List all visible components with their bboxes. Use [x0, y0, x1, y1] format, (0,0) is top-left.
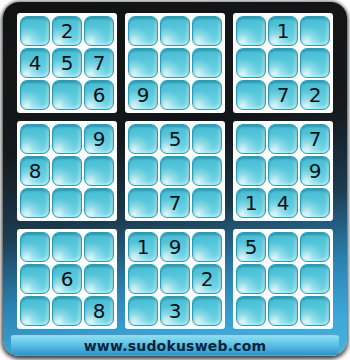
- sudoku-cell-empty[interactable]: [160, 264, 190, 294]
- sudoku-cell-empty[interactable]: [20, 80, 50, 110]
- sudoku-cell-empty[interactable]: [20, 232, 50, 262]
- sudoku-cell-empty[interactable]: [52, 156, 82, 186]
- sudoku-cell-empty[interactable]: [192, 80, 222, 110]
- sudoku-cell-empty[interactable]: [192, 124, 222, 154]
- sudoku-cell-empty[interactable]: [236, 124, 266, 154]
- sudoku-cell-empty[interactable]: [300, 296, 330, 326]
- sudoku-cell-given[interactable]: 2: [300, 80, 330, 110]
- sudoku-box: 172: [233, 13, 333, 113]
- sudoku-cell-given[interactable]: 5: [236, 232, 266, 262]
- sudoku-cell-empty[interactable]: [84, 232, 114, 262]
- sudoku-box: 24576: [17, 13, 117, 113]
- sudoku-cell-empty[interactable]: [20, 16, 50, 46]
- sudoku-cell-given[interactable]: 7: [160, 188, 190, 218]
- sudoku-cell-empty[interactable]: [268, 296, 298, 326]
- sudoku-cell-given[interactable]: 1: [268, 16, 298, 46]
- sudoku-cell-given[interactable]: 5: [160, 124, 190, 154]
- sudoku-box: 7914: [233, 121, 333, 221]
- sudoku-cell-given[interactable]: 7: [268, 80, 298, 110]
- sudoku-cell-given[interactable]: 9: [160, 232, 190, 262]
- puzzle-frame: 245769172985779146819235 www.sudokusweb.…: [3, 2, 347, 356]
- sudoku-cell-given[interactable]: 3: [160, 296, 190, 326]
- sudoku-cell-empty[interactable]: [236, 296, 266, 326]
- sudoku-cell-given[interactable]: 9: [128, 80, 158, 110]
- sudoku-box: 68: [17, 229, 117, 329]
- sudoku-cell-empty[interactable]: [84, 16, 114, 46]
- sudoku-cell-given[interactable]: 6: [84, 80, 114, 110]
- sudoku-cell-empty[interactable]: [236, 80, 266, 110]
- sudoku-cell-empty[interactable]: [236, 264, 266, 294]
- sudoku-cell-empty[interactable]: [268, 124, 298, 154]
- sudoku-cell-empty[interactable]: [192, 16, 222, 46]
- sudoku-cell-empty[interactable]: [192, 48, 222, 78]
- sudoku-cell-empty[interactable]: [268, 156, 298, 186]
- sudoku-cell-empty[interactable]: [52, 188, 82, 218]
- website-link[interactable]: www.sudokusweb.com: [84, 338, 267, 354]
- sudoku-cell-empty[interactable]: [160, 16, 190, 46]
- sudoku-cell-given[interactable]: 4: [20, 48, 50, 78]
- sudoku-cell-empty[interactable]: [84, 188, 114, 218]
- sudoku-box: 9: [125, 13, 225, 113]
- sudoku-cell-empty[interactable]: [300, 188, 330, 218]
- sudoku-cell-empty[interactable]: [192, 232, 222, 262]
- sudoku-cell-given[interactable]: 2: [192, 264, 222, 294]
- sudoku-cell-empty[interactable]: [236, 16, 266, 46]
- sudoku-cell-empty[interactable]: [52, 296, 82, 326]
- sudoku-cell-empty[interactable]: [300, 264, 330, 294]
- sudoku-cell-empty[interactable]: [128, 124, 158, 154]
- sudoku-cell-empty[interactable]: [20, 264, 50, 294]
- sudoku-cell-empty[interactable]: [128, 264, 158, 294]
- footer-bar: www.sudokusweb.com: [11, 335, 339, 355]
- sudoku-cell-empty[interactable]: [52, 124, 82, 154]
- sudoku-cell-empty[interactable]: [268, 232, 298, 262]
- sudoku-box: 98: [17, 121, 117, 221]
- sudoku-box: 1923: [125, 229, 225, 329]
- sudoku-cell-empty[interactable]: [20, 296, 50, 326]
- sudoku-cell-given[interactable]: 4: [268, 188, 298, 218]
- sudoku-cell-empty[interactable]: [52, 232, 82, 262]
- sudoku-cell-empty[interactable]: [128, 16, 158, 46]
- sudoku-cell-empty[interactable]: [192, 156, 222, 186]
- sudoku-cell-given[interactable]: 5: [52, 48, 82, 78]
- sudoku-cell-empty[interactable]: [84, 156, 114, 186]
- sudoku-cell-empty[interactable]: [84, 264, 114, 294]
- sudoku-cell-empty[interactable]: [160, 156, 190, 186]
- sudoku-cell-empty[interactable]: [268, 48, 298, 78]
- sudoku-cell-empty[interactable]: [192, 188, 222, 218]
- sudoku-cell-empty[interactable]: [128, 188, 158, 218]
- sudoku-cell-given[interactable]: 7: [84, 48, 114, 78]
- sudoku-cell-empty[interactable]: [236, 156, 266, 186]
- sudoku-cell-given[interactable]: 1: [236, 188, 266, 218]
- sudoku-cell-given[interactable]: 7: [300, 124, 330, 154]
- sudoku-cell-given[interactable]: 8: [84, 296, 114, 326]
- sudoku-cell-empty[interactable]: [160, 80, 190, 110]
- sudoku-cell-empty[interactable]: [268, 264, 298, 294]
- sudoku-cell-empty[interactable]: [128, 48, 158, 78]
- sudoku-cell-empty[interactable]: [128, 156, 158, 186]
- sudoku-cell-given[interactable]: 9: [300, 156, 330, 186]
- sudoku-cell-given[interactable]: 9: [84, 124, 114, 154]
- sudoku-cell-empty[interactable]: [236, 48, 266, 78]
- sudoku-cell-given[interactable]: 8: [20, 156, 50, 186]
- sudoku-cell-empty[interactable]: [20, 188, 50, 218]
- sudoku-cell-empty[interactable]: [192, 296, 222, 326]
- sudoku-board: 245769172985779146819235: [17, 13, 333, 329]
- sudoku-cell-given[interactable]: 1: [128, 232, 158, 262]
- sudoku-cell-given[interactable]: 2: [52, 16, 82, 46]
- sudoku-box: 5: [233, 229, 333, 329]
- sudoku-cell-empty[interactable]: [128, 296, 158, 326]
- sudoku-box: 57: [125, 121, 225, 221]
- sudoku-cell-empty[interactable]: [20, 124, 50, 154]
- sudoku-cell-empty[interactable]: [300, 16, 330, 46]
- sudoku-cell-empty[interactable]: [160, 48, 190, 78]
- sudoku-cell-empty[interactable]: [52, 80, 82, 110]
- sudoku-cell-empty[interactable]: [300, 232, 330, 262]
- sudoku-cell-empty[interactable]: [300, 48, 330, 78]
- sudoku-cell-given[interactable]: 6: [52, 264, 82, 294]
